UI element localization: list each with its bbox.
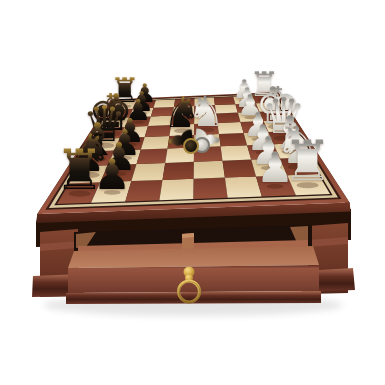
square-a5	[159, 179, 193, 201]
drawer	[66, 246, 321, 304]
square-a4	[194, 178, 228, 199]
pedestal	[32, 209, 355, 304]
chess-set-product-photo: ♜♞♝♛♚♝♜♟♟♟♟♟♟♟♞♜♞♝♛♚♝♜♟♟♟♟♟♟♟♞♟♟	[0, 0, 385, 385]
chess-piece-wP-a2: ♟	[256, 148, 294, 190]
square-b4	[194, 161, 225, 179]
square-b6	[131, 163, 165, 181]
chess-piece-bR-a8: ♜	[55, 143, 105, 198]
square-b5	[163, 162, 194, 180]
